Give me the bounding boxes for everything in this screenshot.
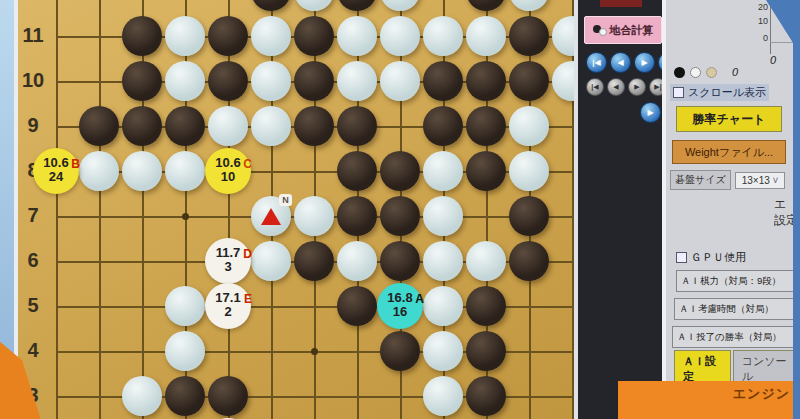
black-stone	[380, 196, 420, 236]
black-stone	[337, 151, 377, 191]
black-stone	[79, 106, 119, 146]
white-stone	[79, 151, 119, 191]
black-stone	[509, 61, 549, 101]
black-stone	[423, 61, 463, 101]
black-stone	[466, 376, 506, 416]
axis-tick: 10	[758, 16, 768, 26]
marker-badge: N	[279, 194, 292, 206]
hoshi-point	[311, 348, 318, 355]
black-stone	[122, 16, 162, 56]
row-coordinate-label: 11	[20, 24, 46, 47]
black-stone	[165, 106, 205, 146]
row-coordinate-label: 7	[20, 204, 46, 227]
black-stone	[423, 106, 463, 146]
black-stone	[509, 241, 549, 281]
white-stone	[251, 61, 291, 101]
gpu-row: ＧＰＵ使用	[676, 250, 746, 265]
score-value: 0	[770, 54, 776, 66]
ai-setting-field[interactable]: ＡＩ棋力（対局：9段）	[676, 270, 800, 292]
black-stone	[294, 106, 334, 146]
black-stone	[509, 196, 549, 236]
weight-file-button[interactable]: Weightファイル...	[672, 140, 786, 164]
nav-button[interactable]: ◀	[610, 52, 631, 73]
white-stone	[122, 151, 162, 191]
control-sidebar: 地合計算 |◀◀▶▶| |◀◀▶▶|↻ ▶ 対局（黒番）対局（白番）対局（ＡＩ自…	[578, 0, 666, 419]
black-stone	[466, 61, 506, 101]
white-stone	[423, 196, 463, 236]
winrate-chart-button[interactable]: 勝率チャート	[676, 106, 782, 132]
black-stone-dot[interactable]	[674, 67, 685, 78]
white-stone	[509, 106, 549, 146]
row-coordinate-label: 5	[20, 294, 46, 317]
tan-stone-dot[interactable]	[706, 67, 717, 78]
black-stone	[466, 0, 506, 11]
nav-button[interactable]: ◀	[607, 78, 625, 96]
white-stone	[423, 376, 463, 416]
black-stone	[466, 106, 506, 146]
white-stone	[294, 196, 334, 236]
engine-banner-label: エンジン	[733, 385, 790, 403]
white-stone	[423, 241, 463, 281]
white-stone	[251, 241, 291, 281]
candidate-move-E[interactable]: 17.12E	[205, 283, 251, 329]
row-coordinate-label: 9	[20, 114, 46, 137]
white-stone	[466, 16, 506, 56]
grid-line	[99, 0, 101, 419]
nav-button[interactable]: ▶	[634, 52, 655, 73]
axis-tick: 0	[763, 33, 768, 43]
white-stone	[165, 151, 205, 191]
black-stone	[337, 286, 377, 326]
white-stone	[165, 61, 205, 101]
white-stone	[380, 61, 420, 101]
white-stone	[380, 0, 420, 11]
grid-line	[56, 0, 58, 419]
white-stone	[294, 0, 334, 11]
row-coordinate-label: 6	[20, 249, 46, 272]
white-stone	[380, 16, 420, 56]
hoshi-point	[182, 213, 189, 220]
white-stone	[423, 331, 463, 371]
stone-color-dots: 0	[674, 66, 738, 78]
white-stone	[423, 286, 463, 326]
black-stone	[294, 16, 334, 56]
black-stone	[122, 61, 162, 101]
ai-setting-field[interactable]: ＡＩ考慮時間（対局）	[674, 298, 800, 320]
white-stone	[122, 376, 162, 416]
ai-setting-field[interactable]: ＡＩ投了の勝率（対局）	[672, 326, 800, 348]
board-size-label: 碁盤サイズ	[670, 170, 731, 190]
white-stone	[337, 16, 377, 56]
desktop-right-strip	[793, 0, 800, 419]
black-stone	[208, 16, 248, 56]
candidate-move-D[interactable]: 11.73D	[205, 238, 251, 284]
white-stone	[165, 286, 205, 326]
black-stone	[466, 151, 506, 191]
scroll-label: スクロール表示	[688, 85, 766, 100]
black-stone	[466, 286, 506, 326]
candidate-move-A[interactable]: 16.816A	[377, 283, 423, 329]
stones-icon	[593, 25, 607, 35]
black-stone	[251, 0, 291, 11]
scroll-checkbox[interactable]	[673, 87, 684, 98]
board-size-select[interactable]: 13×13 ˅	[735, 172, 786, 189]
board-size-row: 碁盤サイズ 13×13 ˅	[670, 170, 785, 190]
white-stone	[509, 0, 549, 11]
row-coordinate-label: 4	[20, 339, 46, 362]
screen-photo: 1110987654316.816A10.624B10.610C11.73D17…	[0, 0, 800, 419]
last-move-triangle-marker	[261, 208, 281, 225]
white-stone	[423, 16, 463, 56]
board-size-value: 13×13	[742, 175, 770, 186]
territory-count-label: 地合計算	[610, 23, 654, 38]
black-stone	[337, 196, 377, 236]
window-titlebar-sliver	[600, 0, 642, 7]
black-stone	[294, 241, 334, 281]
white-stone	[466, 241, 506, 281]
white-stone	[423, 151, 463, 191]
white-stone-dot[interactable]	[690, 67, 701, 78]
settings-panel: 20 10 0 0 0 スクロール表示 勝率チャート Weightファイル...…	[666, 0, 800, 419]
engine-banner: エンジン	[618, 381, 800, 419]
territory-count-button[interactable]: 地合計算	[584, 16, 662, 44]
black-stone	[380, 331, 420, 371]
white-stone	[509, 151, 549, 191]
gpu-label: ＧＰＵ使用	[691, 250, 746, 265]
nav-button[interactable]: |◀	[586, 78, 604, 96]
black-stone	[380, 241, 420, 281]
axis-tick: 20	[758, 2, 768, 12]
extra-nav-button[interactable]: ▶	[640, 102, 661, 123]
black-stone	[509, 16, 549, 56]
black-stone	[294, 61, 334, 101]
candidate-move-B[interactable]: 10.624B	[33, 148, 79, 194]
gpu-checkbox[interactable]	[676, 252, 687, 263]
black-stone	[337, 106, 377, 146]
black-stone	[337, 0, 377, 11]
white-stone	[208, 106, 248, 146]
black-stone	[165, 376, 205, 416]
black-stone	[466, 331, 506, 371]
candidate-move-C[interactable]: 10.610C	[205, 148, 251, 194]
row-coordinate-label: 10	[20, 69, 46, 92]
chevron-down-icon: ˅	[773, 175, 779, 186]
nav-button[interactable]: ▶	[628, 78, 646, 96]
black-stone	[208, 61, 248, 101]
white-stone	[337, 241, 377, 281]
black-stone	[380, 151, 420, 191]
scroll-display-row: スクロール表示	[670, 84, 769, 101]
white-stone	[337, 61, 377, 101]
black-stone	[122, 106, 162, 146]
white-stone	[165, 16, 205, 56]
white-stone	[251, 16, 291, 56]
nav-button[interactable]: |◀	[586, 52, 607, 73]
dots-value: 0	[732, 66, 738, 78]
go-board[interactable]: 1110987654316.816A10.624B10.610C11.73D17…	[18, 0, 578, 419]
white-stone	[165, 331, 205, 371]
white-stone	[251, 106, 291, 146]
black-stone	[208, 376, 248, 416]
